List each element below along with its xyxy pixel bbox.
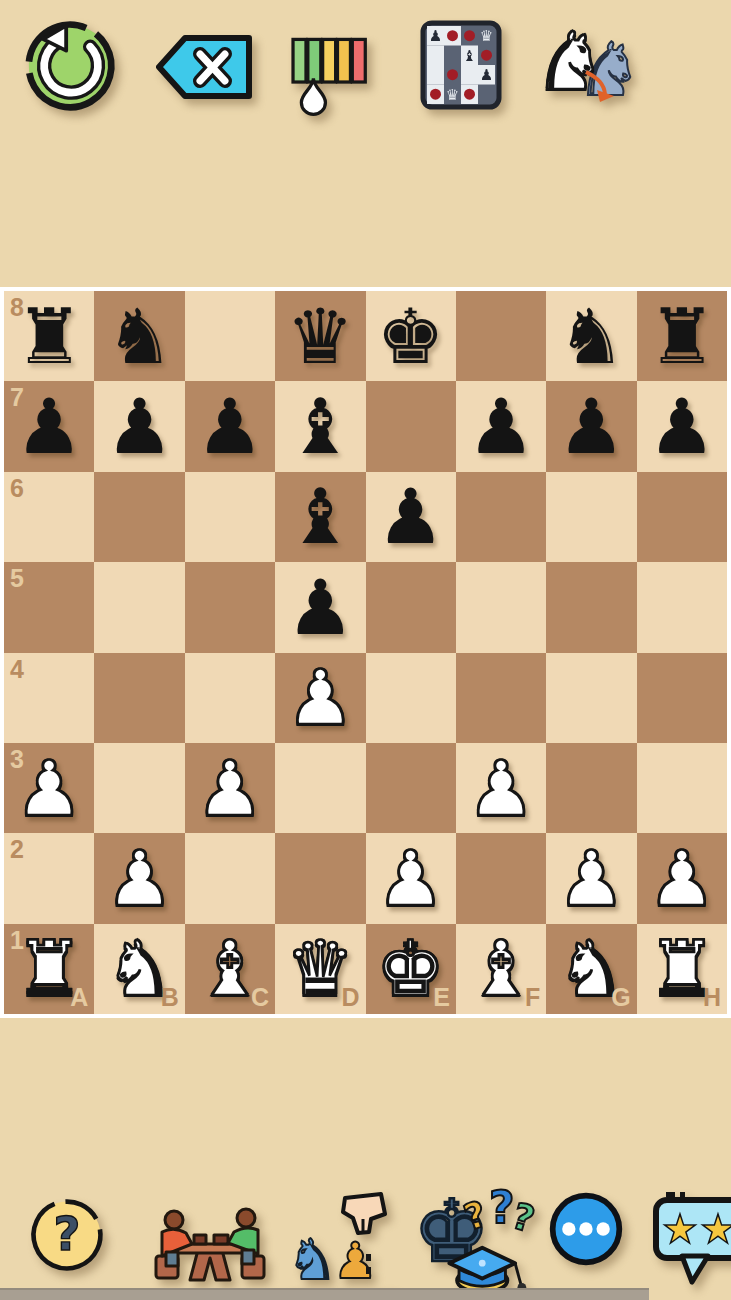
- square-e7[interactable]: [366, 381, 456, 471]
- square-h5[interactable]: [637, 562, 727, 652]
- square-d6[interactable]: ♝: [275, 472, 365, 562]
- file-label: B: [161, 983, 179, 1012]
- move-dots-icon: [366, 1254, 371, 1280]
- black-pawn[interactable]: ♟: [94, 381, 184, 471]
- star-glyph: ★: [703, 1209, 731, 1249]
- square-a8[interactable]: 8♜: [4, 291, 94, 381]
- square-a5[interactable]: 5: [4, 562, 94, 652]
- square-a6[interactable]: 6: [4, 472, 94, 562]
- ellipsis-icon: [546, 1189, 626, 1269]
- square-e6[interactable]: ♟: [366, 472, 456, 562]
- star-bubble-icon: ★ ★ ★: [652, 1190, 731, 1290]
- board-editor-button[interactable]: ♟ ♛ ♝ ♟ ♛: [420, 20, 502, 110]
- square-f1[interactable]: F♝: [456, 924, 546, 1014]
- square-h3[interactable]: [637, 743, 727, 833]
- pass-and-play-button[interactable]: [148, 1200, 272, 1294]
- black-bishop[interactable]: ♝: [275, 381, 365, 471]
- square-g7[interactable]: ♟: [546, 381, 636, 471]
- eval-meter-icon: [288, 32, 374, 120]
- file-label: E: [433, 983, 450, 1012]
- black-pawn[interactable]: ♟: [366, 472, 456, 562]
- star-glyph: ★: [665, 1209, 695, 1249]
- square-e4[interactable]: [366, 653, 456, 743]
- black-queen[interactable]: ♛: [275, 291, 365, 381]
- black-pawn[interactable]: ♟: [185, 381, 275, 471]
- square-h1[interactable]: H♜: [637, 924, 727, 1014]
- square-b6[interactable]: [94, 472, 184, 562]
- square-b3[interactable]: [94, 743, 184, 833]
- square-d2[interactable]: [275, 833, 365, 923]
- backspace-icon: [153, 31, 257, 103]
- square-g8[interactable]: ♞: [546, 291, 636, 381]
- square-f8[interactable]: [456, 291, 546, 381]
- square-c6[interactable]: [185, 472, 275, 562]
- black-bishop[interactable]: ♝: [275, 472, 365, 562]
- square-e5[interactable]: [366, 562, 456, 652]
- hand-icon: [333, 1192, 391, 1248]
- file-label: F: [525, 983, 540, 1012]
- white-pawn[interactable]: ♟: [275, 653, 365, 743]
- square-a3[interactable]: 3♟: [4, 743, 94, 833]
- square-a2[interactable]: 2: [4, 833, 94, 923]
- rank-label: 4: [10, 655, 24, 684]
- square-g6[interactable]: [546, 472, 636, 562]
- setup-position-button[interactable]: ♞ ♟: [287, 1192, 393, 1298]
- mini-queen-glyph: ♛: [480, 27, 493, 45]
- restart-icon: [22, 18, 118, 114]
- rate-app-button[interactable]: ★ ★ ★: [652, 1190, 731, 1290]
- rank-label: 1: [10, 926, 24, 955]
- black-knight[interactable]: ♞: [94, 291, 184, 381]
- square-d8[interactable]: ♛: [275, 291, 365, 381]
- square-e1[interactable]: E♚: [366, 924, 456, 1014]
- square-c2[interactable]: [185, 833, 275, 923]
- square-d4[interactable]: ♟: [275, 653, 365, 743]
- chess-board[interactable]: 8♜♞♛♚♞♜7♟♟♟♝♟♟♟6♝♟5♟4♟3♟♟♟2♟♟♟♟1A♜B♞C♝D♛…: [0, 287, 731, 1018]
- white-pawn[interactable]: ♟: [546, 833, 636, 923]
- square-g3[interactable]: [546, 743, 636, 833]
- mini-pawn-glyph: ♟: [480, 66, 493, 84]
- square-c8[interactable]: [185, 291, 275, 381]
- swap-arrow-icon: [582, 70, 618, 102]
- file-label: G: [611, 983, 630, 1012]
- black-pawn[interactable]: ♟: [456, 381, 546, 471]
- undo-move-button[interactable]: [153, 31, 257, 103]
- square-h4[interactable]: [637, 653, 727, 743]
- square-h8[interactable]: ♜: [637, 291, 727, 381]
- square-f5[interactable]: [456, 562, 546, 652]
- question-glyph: ?: [54, 1207, 81, 1261]
- black-pawn[interactable]: ♟: [546, 381, 636, 471]
- switch-sides-button[interactable]: ♞ ♞: [536, 18, 656, 116]
- square-g4[interactable]: [546, 653, 636, 743]
- square-e2[interactable]: ♟: [366, 833, 456, 923]
- file-label: C: [251, 983, 269, 1012]
- square-h2[interactable]: ♟: [637, 833, 727, 923]
- square-e3[interactable]: [366, 743, 456, 833]
- black-pawn[interactable]: ♟: [275, 562, 365, 652]
- square-g1[interactable]: G♞: [546, 924, 636, 1014]
- square-a4[interactable]: 4: [4, 653, 94, 743]
- black-rook[interactable]: ♜: [637, 291, 727, 381]
- square-b1[interactable]: B♞: [94, 924, 184, 1014]
- new-game-button[interactable]: [22, 18, 118, 114]
- rank-label: 2: [10, 835, 24, 864]
- square-h7[interactable]: ♟: [637, 381, 727, 471]
- rank-label: 5: [10, 564, 24, 593]
- two-players-icon: [148, 1200, 272, 1294]
- knight-piece-icon: ♞: [287, 1232, 337, 1288]
- more-options-button[interactable]: [546, 1189, 626, 1269]
- mini-queen-glyph: ♛: [446, 86, 459, 104]
- square-b5[interactable]: [94, 562, 184, 652]
- black-knight[interactable]: ♞: [546, 291, 636, 381]
- square-d7[interactable]: ♝: [275, 381, 365, 471]
- square-f7[interactable]: ♟: [456, 381, 546, 471]
- square-b2[interactable]: ♟: [94, 833, 184, 923]
- white-pawn[interactable]: ♟: [456, 743, 546, 833]
- square-g5[interactable]: [546, 562, 636, 652]
- learn-button[interactable]: ♚ ? ? ?: [413, 1182, 535, 1300]
- file-label: D: [341, 983, 359, 1012]
- square-a7[interactable]: 7♟: [4, 381, 94, 471]
- square-f3[interactable]: ♟: [456, 743, 546, 833]
- square-h6[interactable]: [637, 472, 727, 562]
- square-f6[interactable]: [456, 472, 546, 562]
- file-label: H: [703, 983, 721, 1012]
- white-pawn[interactable]: ♟: [366, 833, 456, 923]
- square-c3[interactable]: ♟: [185, 743, 275, 833]
- white-pawn[interactable]: ♟: [94, 833, 184, 923]
- square-d5[interactable]: ♟: [275, 562, 365, 652]
- rank-label: 6: [10, 474, 24, 503]
- question-icon: ?: [28, 1196, 106, 1274]
- square-a1[interactable]: 1A♜: [4, 924, 94, 1014]
- square-b8[interactable]: ♞: [94, 291, 184, 381]
- rank-label: 7: [10, 383, 24, 412]
- square-g2[interactable]: ♟: [546, 833, 636, 923]
- square-b4[interactable]: [94, 653, 184, 743]
- black-king[interactable]: ♚: [366, 291, 456, 381]
- white-pawn[interactable]: ♟: [637, 833, 727, 923]
- mini-board-icon: ♟ ♛ ♝ ♟ ♛: [420, 20, 502, 110]
- square-f4[interactable]: [456, 653, 546, 743]
- square-d3[interactable]: [275, 743, 365, 833]
- evaluation-button[interactable]: [288, 32, 374, 120]
- square-b7[interactable]: ♟: [94, 381, 184, 471]
- rank-label: 3: [10, 745, 24, 774]
- square-c7[interactable]: ♟: [185, 381, 275, 471]
- rank-label: 8: [10, 293, 24, 322]
- square-f2[interactable]: [456, 833, 546, 923]
- black-pawn[interactable]: ♟: [637, 381, 727, 471]
- square-c4[interactable]: [185, 653, 275, 743]
- square-c1[interactable]: C♝: [185, 924, 275, 1014]
- help-button[interactable]: ?: [28, 1196, 106, 1274]
- square-e8[interactable]: ♚: [366, 291, 456, 381]
- square-d1[interactable]: D♛: [275, 924, 365, 1014]
- file-label: A: [70, 983, 88, 1012]
- mini-bishop-glyph: ♝: [463, 47, 476, 65]
- loading-bar: [0, 1288, 649, 1300]
- mini-pawn-glyph: ♟: [429, 27, 442, 45]
- square-c5[interactable]: [185, 562, 275, 652]
- white-pawn[interactable]: ♟: [185, 743, 275, 833]
